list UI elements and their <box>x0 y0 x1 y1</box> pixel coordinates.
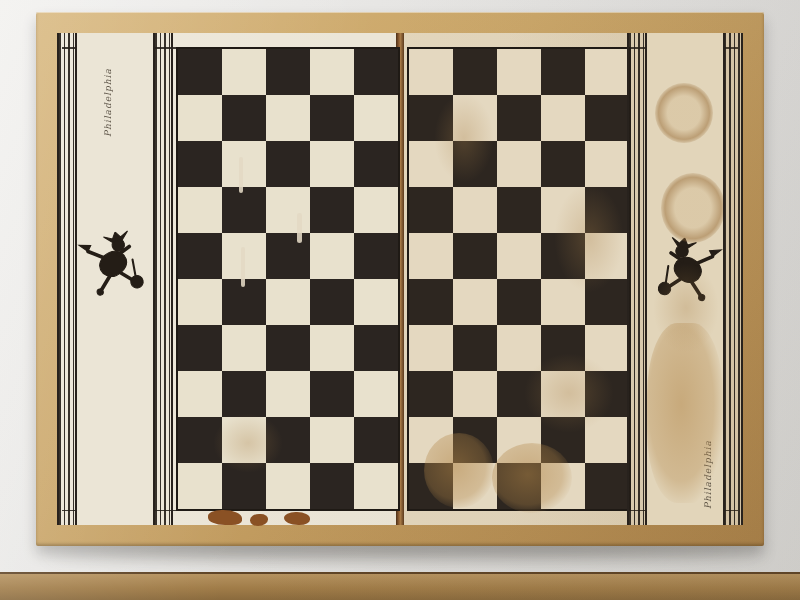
stripe-border-icon <box>153 33 173 525</box>
checkerboard-left-half <box>176 47 400 511</box>
board-shadow <box>48 544 764 560</box>
board-square[interactable] <box>354 371 398 417</box>
scratch-mark <box>239 157 243 193</box>
board-square[interactable] <box>266 141 310 187</box>
board-square[interactable] <box>310 325 354 371</box>
board-square[interactable] <box>222 371 266 417</box>
board-square[interactable] <box>354 233 398 279</box>
board-square[interactable] <box>266 95 310 141</box>
stain <box>655 83 713 143</box>
board-square[interactable] <box>497 187 541 233</box>
board-square[interactable] <box>497 417 541 463</box>
board-square[interactable] <box>354 325 398 371</box>
photo-background: Philadelphia <box>0 0 800 600</box>
stain <box>661 173 725 243</box>
board-square[interactable] <box>178 49 222 95</box>
board-square[interactable] <box>222 417 266 463</box>
board-square[interactable] <box>585 141 629 187</box>
board-square[interactable] <box>541 371 585 417</box>
board-square[interactable] <box>310 371 354 417</box>
draughts-board: Philadelphia <box>36 12 764 546</box>
left-decorative-panel: Philadelphia <box>77 33 153 525</box>
board-square[interactable] <box>585 417 629 463</box>
board-square[interactable] <box>222 325 266 371</box>
board-square[interactable] <box>541 279 585 325</box>
board-square[interactable] <box>409 141 453 187</box>
board-square[interactable] <box>409 49 453 95</box>
board-square[interactable] <box>178 325 222 371</box>
right-board-area <box>404 33 627 525</box>
board-square[interactable] <box>453 49 497 95</box>
board-square[interactable] <box>409 463 453 509</box>
board-square[interactable] <box>178 371 222 417</box>
stripe-border-icon <box>627 33 647 525</box>
board-half-right: Philadelphia <box>404 33 743 525</box>
board-square[interactable] <box>585 187 629 233</box>
board-square[interactable] <box>310 417 354 463</box>
board-square[interactable] <box>585 279 629 325</box>
board-square[interactable] <box>497 325 541 371</box>
board-square[interactable] <box>310 187 354 233</box>
board-square[interactable] <box>222 187 266 233</box>
board-square[interactable] <box>541 463 585 509</box>
board-square[interactable] <box>409 417 453 463</box>
stripe-border-icon <box>723 33 743 525</box>
board-square[interactable] <box>354 95 398 141</box>
board-square[interactable] <box>354 141 398 187</box>
board-square[interactable] <box>585 371 629 417</box>
board-square[interactable] <box>409 371 453 417</box>
board-square[interactable] <box>222 95 266 141</box>
board-interior: Philadelphia <box>57 33 743 525</box>
board-square[interactable] <box>453 233 497 279</box>
board-square[interactable] <box>541 141 585 187</box>
table-edge <box>0 572 800 600</box>
scratch-mark <box>241 247 245 287</box>
board-square[interactable] <box>453 95 497 141</box>
board-square[interactable] <box>453 279 497 325</box>
board-square[interactable] <box>266 279 310 325</box>
board-square[interactable] <box>453 417 497 463</box>
board-square[interactable] <box>354 417 398 463</box>
maker-signature-text: Philadelphia <box>703 431 713 509</box>
board-square[interactable] <box>453 141 497 187</box>
board-square[interactable] <box>354 49 398 95</box>
board-square[interactable] <box>310 49 354 95</box>
board-square[interactable] <box>585 233 629 279</box>
board-square[interactable] <box>178 233 222 279</box>
board-square[interactable] <box>541 49 585 95</box>
board-square[interactable] <box>409 95 453 141</box>
maker-signature-text: Philadelphia <box>103 59 113 137</box>
board-square[interactable] <box>541 95 585 141</box>
board-square[interactable] <box>266 417 310 463</box>
scratch-mark <box>297 213 302 243</box>
board-square[interactable] <box>453 463 497 509</box>
board-square[interactable] <box>409 187 453 233</box>
board-square[interactable] <box>497 371 541 417</box>
board-square[interactable] <box>541 187 585 233</box>
board-square[interactable] <box>453 187 497 233</box>
board-square[interactable] <box>266 49 310 95</box>
board-square[interactable] <box>266 187 310 233</box>
board-square[interactable] <box>266 233 310 279</box>
board-square[interactable] <box>585 49 629 95</box>
board-square[interactable] <box>222 141 266 187</box>
board-square[interactable] <box>310 463 354 509</box>
paper-chip-damage <box>208 510 242 525</box>
board-square[interactable] <box>497 233 541 279</box>
board-square[interactable] <box>497 279 541 325</box>
board-square[interactable] <box>266 325 310 371</box>
board-square[interactable] <box>453 371 497 417</box>
board-square[interactable] <box>222 463 266 509</box>
board-square[interactable] <box>178 279 222 325</box>
board-square[interactable] <box>178 141 222 187</box>
board-square[interactable] <box>541 233 585 279</box>
board-square[interactable] <box>310 95 354 141</box>
jester-figure-icon <box>75 226 155 306</box>
right-decorative-panel: Philadelphia <box>647 33 723 525</box>
board-square[interactable] <box>310 279 354 325</box>
board-square[interactable] <box>222 49 266 95</box>
board-square[interactable] <box>453 325 497 371</box>
board-square[interactable] <box>409 279 453 325</box>
board-square[interactable] <box>354 463 398 509</box>
board-square[interactable] <box>178 417 222 463</box>
board-square[interactable] <box>178 463 222 509</box>
jester-figure-icon <box>647 233 725 311</box>
board-square[interactable] <box>354 187 398 233</box>
board-square[interactable] <box>497 141 541 187</box>
board-square[interactable] <box>585 95 629 141</box>
board-square[interactable] <box>310 141 354 187</box>
board-square[interactable] <box>178 187 222 233</box>
board-square[interactable] <box>585 325 629 371</box>
board-half-left: Philadelphia <box>57 33 396 525</box>
board-square[interactable] <box>541 417 585 463</box>
board-square[interactable] <box>409 233 453 279</box>
board-square[interactable] <box>310 233 354 279</box>
board-square[interactable] <box>497 49 541 95</box>
board-square[interactable] <box>354 279 398 325</box>
left-board-area <box>173 33 396 525</box>
board-square[interactable] <box>266 463 310 509</box>
board-square[interactable] <box>585 463 629 509</box>
board-square[interactable] <box>178 95 222 141</box>
board-square[interactable] <box>409 325 453 371</box>
paper-chip-damage <box>284 512 310 525</box>
board-square[interactable] <box>497 95 541 141</box>
board-square[interactable] <box>497 463 541 509</box>
board-square[interactable] <box>541 325 585 371</box>
checkerboard-right-half <box>407 47 631 511</box>
stripe-border-icon <box>57 33 77 525</box>
board-square[interactable] <box>266 371 310 417</box>
